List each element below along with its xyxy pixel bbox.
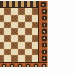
board-square [25,8,32,15]
board-square [4,42,11,49]
rosette-medallion-icon [2,64,7,67]
chess-board [0,8,39,62]
rosette-medallion-icon [42,50,47,55]
board-square [4,15,11,22]
board-square [11,42,18,49]
board-square [18,15,25,22]
rosette-medallion-icon [42,23,47,28]
rosette-medallion-icon [34,64,39,67]
rosette-medallion-icon [10,64,15,67]
board-square [4,35,11,42]
board-square [11,55,18,62]
rosette-medallion-icon [26,64,31,67]
board-square [25,49,32,56]
board-square [18,35,25,42]
rosette-medallion-icon [42,9,47,14]
board-square [11,49,18,56]
board-square [25,55,32,62]
rosette-medallion-icon [42,36,47,41]
rosette-medallion-icon [18,64,23,67]
rosette-medallion-icon [42,43,47,48]
board-square [25,35,32,42]
board-square [4,28,11,35]
board-square [11,15,18,22]
board-square [11,8,18,15]
board-square [25,22,32,29]
board-square [4,8,11,15]
rosette-medallion-icon [42,56,47,61]
board-square [4,55,11,62]
board-square [25,28,32,35]
frame-bottom-band [0,62,48,67]
board-square [11,22,18,29]
chessboard-photo [0,1,48,67]
board-square [11,28,18,35]
board-square [18,42,25,49]
top-mosaic-band [0,1,39,8]
rosette-medallion-icon [42,16,47,21]
board-square [18,55,25,62]
board-square [11,35,18,42]
board-square [25,42,32,49]
board-square [18,8,25,15]
board-square [25,15,32,22]
rosette-medallion-icon [42,64,47,67]
board-square [18,22,25,29]
board-square [4,49,11,56]
board-square [18,49,25,56]
rosette-medallion-icon [42,29,47,34]
board-square [18,28,25,35]
photo-right-edge [47,1,48,67]
rosette-medallion-icon [41,2,46,7]
board-square [4,22,11,29]
